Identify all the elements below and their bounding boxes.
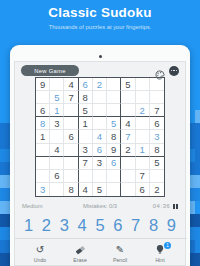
sudoku-cell[interactable]	[121, 104, 135, 117]
sudoku-cell[interactable]: 1	[36, 130, 50, 143]
sudoku-cell[interactable]: 3	[36, 183, 50, 196]
sudoku-cell[interactable]: 1	[136, 144, 150, 157]
status-row: Medium Mistakes: 0/3 04:36	[15, 201, 185, 211]
sudoku-cell[interactable]: 5	[79, 104, 93, 117]
sudoku-cell[interactable]: 6	[107, 157, 121, 170]
sudoku-cell[interactable]: 2	[136, 104, 150, 117]
palette-icon[interactable]	[155, 66, 165, 76]
sudoku-cell[interactable]: 7	[136, 170, 150, 183]
sudoku-cell[interactable]	[64, 117, 78, 130]
sudoku-cell[interactable]	[121, 157, 135, 170]
sudoku-cell[interactable]	[107, 78, 121, 91]
sudoku-cell[interactable]: 8	[79, 91, 93, 104]
sudoku-cell[interactable]	[93, 170, 107, 183]
sudoku-cell[interactable]: 5	[93, 183, 107, 196]
sudoku-cell[interactable]: 2	[121, 144, 135, 157]
numpad-key-6[interactable]: 6	[113, 217, 122, 234]
sudoku-cell[interactable]: 5	[50, 91, 64, 104]
sudoku-cell[interactable]: 9	[107, 144, 121, 157]
sudoku-cell[interactable]	[121, 91, 135, 104]
screenshot: Classic Sudoku Thousands of puzzles at y…	[0, 0, 200, 266]
more-menu-button[interactable]	[169, 66, 179, 76]
sudoku-cell[interactable]	[36, 170, 50, 183]
numpad-key-9[interactable]: 9	[167, 217, 176, 234]
pause-button[interactable]	[173, 204, 178, 209]
sudoku-cell[interactable]: 3	[93, 157, 107, 170]
sudoku-cell[interactable]	[107, 183, 121, 196]
sudoku-cell[interactable]: 7	[121, 130, 135, 143]
numpad-key-3[interactable]: 3	[60, 217, 69, 234]
sudoku-cell[interactable]	[93, 91, 107, 104]
numpad-key-8[interactable]: 8	[149, 217, 158, 234]
difficulty-label: Medium	[22, 203, 65, 209]
number-pad: 123456789	[15, 214, 185, 236]
hint-button[interactable]: 1 Hint	[148, 244, 172, 263]
sudoku-cell[interactable]	[36, 157, 50, 170]
sudoku-cell[interactable]	[136, 117, 150, 130]
sudoku-cell[interactable]	[93, 117, 107, 130]
sudoku-cell[interactable]: 6	[36, 104, 50, 117]
sudoku-cell[interactable]	[50, 78, 64, 91]
undo-button[interactable]: ↺ Undo	[28, 244, 52, 263]
sudoku-cell[interactable]: 8	[64, 183, 78, 196]
sudoku-cell[interactable]: 3	[150, 130, 164, 143]
sudoku-cell[interactable]	[50, 183, 64, 196]
sudoku-cell[interactable]	[50, 157, 64, 170]
toolbar-icons	[155, 66, 179, 76]
sudoku-cell[interactable]: 6	[79, 78, 93, 91]
sudoku-cell[interactable]: 1	[50, 104, 64, 117]
pencil-icon: ✎	[116, 244, 124, 255]
hint-label: Hint	[155, 257, 164, 263]
sudoku-cell[interactable]	[136, 130, 150, 143]
sudoku-cell[interactable]	[79, 130, 93, 143]
sudoku-cell[interactable]	[121, 183, 135, 196]
sudoku-cell[interactable]	[79, 170, 93, 183]
sudoku-cell[interactable]: 6	[93, 144, 107, 157]
sudoku-cell[interactable]: 6	[136, 183, 150, 196]
sudoku-cell[interactable]: 7	[64, 91, 78, 104]
erase-button[interactable]: Erase	[68, 244, 92, 263]
numpad-key-4[interactable]: 4	[78, 217, 87, 234]
sudoku-cell[interactable]: 5	[150, 157, 164, 170]
bottom-toolbar: ↺ Undo Erase ✎	[15, 239, 185, 263]
sudoku-cell[interactable]	[150, 91, 164, 104]
new-game-button[interactable]: New Game	[21, 65, 79, 76]
sudoku-cell[interactable]	[64, 170, 78, 183]
sudoku-cell[interactable]	[36, 91, 50, 104]
sudoku-cell[interactable]: 4	[93, 130, 107, 143]
timer-label: 04:36	[153, 203, 171, 209]
sudoku-cell[interactable]	[36, 144, 50, 157]
undo-label: Undo	[34, 257, 46, 263]
numpad-key-5[interactable]: 5	[95, 217, 104, 234]
erase-label: Erase	[73, 257, 87, 263]
sudoku-cell[interactable]: 8	[150, 144, 164, 157]
sudoku-cell[interactable]: 9	[36, 78, 50, 91]
app-toolbar: New Game	[15, 62, 185, 77]
sudoku-cell[interactable]: 8	[36, 117, 50, 130]
numpad-key-2[interactable]: 2	[42, 217, 51, 234]
sudoku-cell[interactable]: 2	[150, 183, 164, 196]
sudoku-cell[interactable]: 3	[79, 144, 93, 157]
sudoku-cell[interactable]: 6	[150, 117, 164, 130]
sudoku-cell[interactable]	[93, 104, 107, 117]
sudoku-cell[interactable]	[64, 144, 78, 157]
sudoku-cell[interactable]	[150, 170, 164, 183]
mistakes-label: Mistakes: 0/3	[65, 203, 134, 209]
pencil-button[interactable]: ✎ Pencil	[108, 244, 132, 263]
sudoku-cell[interactable]: 1	[79, 117, 93, 130]
app-screen: New Game 9462557861527831546164873436921…	[14, 61, 186, 266]
sudoku-cell[interactable]: 8	[107, 130, 121, 143]
sudoku-cell[interactable]: 7	[150, 104, 164, 117]
sudoku-cell[interactable]	[64, 104, 78, 117]
undo-icon: ↺	[36, 244, 44, 255]
page-subtitle: Thousands of puzzles at your fingertips.	[0, 24, 200, 30]
sudoku-cell[interactable]	[136, 78, 150, 91]
camera-dot	[99, 55, 102, 58]
sudoku-cell[interactable]: 2	[93, 78, 107, 91]
sudoku-cell[interactable]: 5	[121, 78, 135, 91]
sudoku-cell[interactable]: 4	[64, 78, 78, 91]
sudoku-cell[interactable]	[107, 104, 121, 117]
sudoku-cell[interactable]	[50, 130, 64, 143]
sudoku-cell[interactable]: 7	[79, 157, 93, 170]
tablet-device: New Game 9462557861527831546164873436921…	[10, 45, 190, 266]
sudoku-cell[interactable]: 6	[50, 170, 64, 183]
hint-badge: 1	[164, 242, 171, 249]
eraser-icon	[75, 244, 86, 255]
numpad-key-7[interactable]: 7	[131, 217, 140, 234]
sudoku-cell[interactable]	[64, 157, 78, 170]
sudoku-cell[interactable]	[150, 78, 164, 91]
pencil-label: Pencil	[113, 257, 127, 263]
sudoku-cell[interactable]: 3	[50, 117, 64, 130]
sudoku-board: 9462557861527831546164873436921873656738…	[35, 77, 165, 197]
sudoku-cell[interactable]	[107, 170, 121, 183]
page-title: Classic Sudoku	[0, 5, 200, 20]
sudoku-cell[interactable]	[136, 91, 150, 104]
sudoku-cell[interactable]: 4	[79, 183, 93, 196]
sudoku-cell[interactable]: 4	[50, 144, 64, 157]
sudoku-cell[interactable]	[107, 91, 121, 104]
sudoku-cell[interactable]: 6	[64, 130, 78, 143]
numpad-key-1[interactable]: 1	[24, 217, 33, 234]
sudoku-cell[interactable]: 5	[107, 117, 121, 130]
sudoku-cell[interactable]: 4	[121, 117, 135, 130]
sudoku-cell[interactable]	[121, 170, 135, 183]
sudoku-cell[interactable]	[136, 157, 150, 170]
